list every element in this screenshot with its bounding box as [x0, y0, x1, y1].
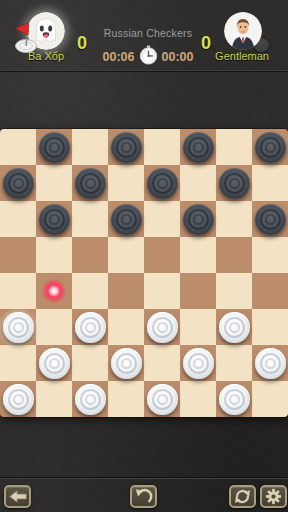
- square-h3[interactable]: [252, 309, 288, 345]
- black-piece[interactable]: [39, 132, 70, 163]
- square-h7[interactable]: [252, 165, 288, 201]
- white-piece[interactable]: [255, 348, 286, 379]
- toolbar: [0, 477, 288, 512]
- square-d4[interactable]: [108, 273, 144, 309]
- square-g8[interactable]: [216, 129, 252, 165]
- clock-icon: [139, 45, 158, 69]
- white-piece[interactable]: [147, 312, 178, 343]
- black-piece[interactable]: [183, 132, 214, 163]
- white-piece[interactable]: [183, 348, 214, 379]
- player-left-timer: 00:06: [103, 50, 135, 64]
- timers: 00:06 00:00: [96, 45, 200, 69]
- square-f1[interactable]: [180, 381, 216, 417]
- square-h6[interactable]: [252, 201, 288, 237]
- square-h4[interactable]: [252, 273, 288, 309]
- square-e2[interactable]: [144, 345, 180, 381]
- square-f4[interactable]: [180, 273, 216, 309]
- square-a7[interactable]: [0, 165, 36, 201]
- app-screen: Ba Xốp 0 Russian Checkers 00:06 00:00: [0, 0, 288, 512]
- player-right-timer: 00:00: [162, 50, 194, 64]
- header: Ba Xốp 0 Russian Checkers 00:06 00:00: [0, 0, 288, 71]
- white-piece[interactable]: [219, 384, 250, 415]
- square-a6[interactable]: [0, 201, 36, 237]
- white-piece[interactable]: [39, 348, 70, 379]
- square-f5[interactable]: [180, 237, 216, 273]
- square-c8[interactable]: [72, 129, 108, 165]
- black-piece[interactable]: [219, 168, 250, 199]
- black-piece[interactable]: [39, 204, 70, 235]
- square-f3[interactable]: [180, 309, 216, 345]
- square-e1[interactable]: [144, 381, 180, 417]
- square-c2[interactable]: [72, 345, 108, 381]
- square-g3[interactable]: [216, 309, 252, 345]
- black-piece[interactable]: [255, 132, 286, 163]
- header-center: Russian Checkers 00:06 00:00: [96, 27, 200, 69]
- move-hint-dot[interactable]: [42, 279, 66, 303]
- back-button[interactable]: [4, 485, 31, 508]
- square-f2[interactable]: [180, 345, 216, 381]
- white-piece[interactable]: [3, 312, 34, 343]
- square-d5[interactable]: [108, 237, 144, 273]
- square-b3[interactable]: [36, 309, 72, 345]
- square-h1[interactable]: [252, 381, 288, 417]
- white-piece[interactable]: [75, 384, 106, 415]
- back-arrow-icon: [8, 489, 28, 504]
- square-d3[interactable]: [108, 309, 144, 345]
- square-a3[interactable]: [0, 309, 36, 345]
- square-f7[interactable]: [180, 165, 216, 201]
- black-piece[interactable]: [3, 168, 34, 199]
- square-g7[interactable]: [216, 165, 252, 201]
- square-g1[interactable]: [216, 381, 252, 417]
- rotate-board-button[interactable]: [229, 485, 256, 508]
- square-e7[interactable]: [144, 165, 180, 201]
- black-piece[interactable]: [147, 168, 178, 199]
- square-b7[interactable]: [36, 165, 72, 201]
- square-e8[interactable]: [144, 129, 180, 165]
- square-h8[interactable]: [252, 129, 288, 165]
- white-piece[interactable]: [111, 348, 142, 379]
- square-a8[interactable]: [0, 129, 36, 165]
- square-g5[interactable]: [216, 237, 252, 273]
- board: [0, 129, 288, 417]
- player-left-score: 0: [70, 33, 94, 54]
- player-right-avatar: [224, 12, 262, 50]
- square-b1[interactable]: [36, 381, 72, 417]
- circular-arrows-icon: [234, 488, 251, 505]
- game-title: Russian Checkers: [96, 27, 200, 39]
- black-piece[interactable]: [183, 204, 214, 235]
- square-b2[interactable]: [36, 345, 72, 381]
- black-piece[interactable]: [111, 132, 142, 163]
- square-a1[interactable]: [0, 381, 36, 417]
- square-h5[interactable]: [252, 237, 288, 273]
- white-piece[interactable]: [3, 384, 34, 415]
- square-h2[interactable]: [252, 345, 288, 381]
- square-e3[interactable]: [144, 309, 180, 345]
- square-e4[interactable]: [144, 273, 180, 309]
- gear-icon: [265, 488, 282, 505]
- player-right-name: Gentleman: [196, 50, 288, 62]
- square-d1[interactable]: [108, 381, 144, 417]
- square-c6[interactable]: [72, 201, 108, 237]
- square-b6[interactable]: [36, 201, 72, 237]
- square-b8[interactable]: [36, 129, 72, 165]
- turn-flag-marker: [11, 13, 41, 59]
- square-g4[interactable]: [216, 273, 252, 309]
- black-piece[interactable]: [111, 204, 142, 235]
- square-c4[interactable]: [72, 273, 108, 309]
- black-piece[interactable]: [75, 168, 106, 199]
- square-a5[interactable]: [0, 237, 36, 273]
- undo-arrow-icon: [134, 488, 153, 505]
- square-c7[interactable]: [72, 165, 108, 201]
- square-d2[interactable]: [108, 345, 144, 381]
- square-g6[interactable]: [216, 201, 252, 237]
- square-b5[interactable]: [36, 237, 72, 273]
- square-a2[interactable]: [0, 345, 36, 381]
- square-b4[interactable]: [36, 273, 72, 309]
- square-f6[interactable]: [180, 201, 216, 237]
- square-c1[interactable]: [72, 381, 108, 417]
- square-e6[interactable]: [144, 201, 180, 237]
- white-piece[interactable]: [75, 312, 106, 343]
- white-piece[interactable]: [219, 312, 250, 343]
- square-g2[interactable]: [216, 345, 252, 381]
- square-d7[interactable]: [108, 165, 144, 201]
- square-d8[interactable]: [108, 129, 144, 165]
- square-c5[interactable]: [72, 237, 108, 273]
- black-piece[interactable]: [255, 204, 286, 235]
- square-f8[interactable]: [180, 129, 216, 165]
- square-c3[interactable]: [72, 309, 108, 345]
- square-a4[interactable]: [0, 273, 36, 309]
- undo-button[interactable]: [130, 485, 157, 508]
- square-d6[interactable]: [108, 201, 144, 237]
- settings-button[interactable]: [260, 485, 287, 508]
- square-e5[interactable]: [144, 237, 180, 273]
- white-piece[interactable]: [147, 384, 178, 415]
